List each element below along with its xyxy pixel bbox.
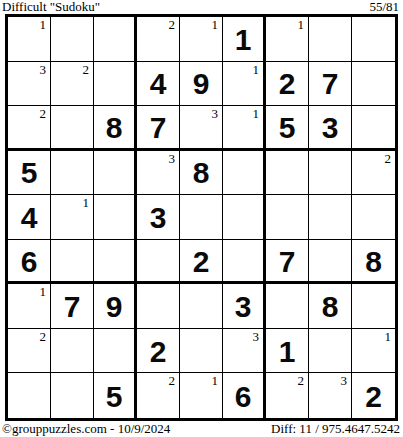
cell-r4c4[interactable]: 3 <box>137 151 180 196</box>
cell-r6c8[interactable] <box>309 240 352 285</box>
cell-r6c9[interactable]: 8 <box>352 240 395 285</box>
given-digit: 3 <box>235 292 252 322</box>
pencil-mark: 1 <box>253 107 260 121</box>
given-digit: 7 <box>150 113 167 143</box>
cell-r5c6[interactable] <box>223 195 266 240</box>
cell-r8c4[interactable]: 2 <box>137 329 180 374</box>
pencil-mark: 3 <box>212 107 219 121</box>
cell-r5c7[interactable] <box>266 195 309 240</box>
cell-r2c2[interactable]: 2 <box>51 62 94 107</box>
cell-r9c7[interactable]: 2 <box>266 373 309 418</box>
given-digit: 5 <box>106 382 123 412</box>
puzzle-page: Difficult "Sudoku" 55/81 121113249127287… <box>0 0 403 437</box>
cell-r4c9[interactable]: 2 <box>352 151 395 196</box>
cell-r9c9[interactable]: 2 <box>352 373 395 418</box>
given-digit: 4 <box>150 69 167 99</box>
cell-r3c1[interactable]: 2 <box>8 106 51 151</box>
cell-r7c2[interactable]: 7 <box>51 284 94 329</box>
given-digit: 5 <box>279 113 296 143</box>
pencil-mark: 1 <box>83 196 90 210</box>
given-digit: 1 <box>235 25 252 55</box>
cell-r4c7[interactable] <box>266 151 309 196</box>
cell-r6c3[interactable] <box>94 240 137 285</box>
given-digit: 5 <box>21 158 38 188</box>
cell-r2c1[interactable]: 3 <box>8 62 51 107</box>
cell-r4c8[interactable] <box>309 151 352 196</box>
pencil-mark: 1 <box>40 285 47 299</box>
cell-r8c3[interactable] <box>94 329 137 374</box>
cell-r3c2[interactable] <box>51 106 94 151</box>
cell-r7c4[interactable] <box>137 284 180 329</box>
cell-r4c1[interactable]: 5 <box>8 151 51 196</box>
cell-r9c2[interactable] <box>51 373 94 418</box>
cell-r1c3[interactable] <box>94 17 137 62</box>
cell-r6c4[interactable] <box>137 240 180 285</box>
cell-r1c7[interactable]: 1 <box>266 17 309 62</box>
pencil-mark: 2 <box>298 374 305 388</box>
cell-r2c9[interactable] <box>352 62 395 107</box>
pencil-mark: 2 <box>169 374 176 388</box>
given-digit: 8 <box>365 247 382 277</box>
given-digit: 7 <box>64 292 81 322</box>
cell-r8c8[interactable] <box>309 329 352 374</box>
cell-r2c3[interactable] <box>94 62 137 107</box>
cell-r7c9[interactable] <box>352 284 395 329</box>
cell-r4c3[interactable] <box>94 151 137 196</box>
cell-r5c8[interactable] <box>309 195 352 240</box>
pencil-mark: 2 <box>169 18 176 32</box>
given-digit: 4 <box>21 203 38 233</box>
cell-r2c7[interactable]: 2 <box>266 62 309 107</box>
cell-r5c9[interactable] <box>352 195 395 240</box>
cell-r4c6[interactable] <box>223 151 266 196</box>
cell-r9c1[interactable] <box>8 373 51 418</box>
given-digit: 6 <box>21 247 38 277</box>
cell-r5c1[interactable]: 4 <box>8 195 51 240</box>
pencil-mark: 1 <box>212 374 219 388</box>
cell-r7c5[interactable] <box>180 284 223 329</box>
cell-r8c6[interactable]: 3 <box>223 329 266 374</box>
cell-r1c1[interactable]: 1 <box>8 17 51 62</box>
cell-r7c6[interactable]: 3 <box>223 284 266 329</box>
pencil-mark: 1 <box>385 330 392 344</box>
cell-r5c2[interactable]: 1 <box>51 195 94 240</box>
given-digit: 7 <box>322 69 339 99</box>
given-digit: 8 <box>193 158 210 188</box>
cell-r9c5[interactable]: 1 <box>180 373 223 418</box>
cell-r1c5[interactable]: 1 <box>180 17 223 62</box>
given-digit: 9 <box>106 292 123 322</box>
cell-r7c7[interactable] <box>266 284 309 329</box>
cell-r7c1[interactable]: 1 <box>8 284 51 329</box>
given-digit: 7 <box>279 247 296 277</box>
pencil-mark: 1 <box>212 18 219 32</box>
pencil-mark: 2 <box>40 107 47 121</box>
cell-r7c8[interactable]: 8 <box>309 284 352 329</box>
given-digit: 3 <box>322 113 339 143</box>
cell-r4c5[interactable]: 8 <box>180 151 223 196</box>
cell-r2c5[interactable]: 9 <box>180 62 223 107</box>
cell-r8c7[interactable]: 1 <box>266 329 309 374</box>
puzzle-title: Difficult "Sudoku" <box>2 0 100 15</box>
cell-r5c5[interactable] <box>180 195 223 240</box>
cell-r6c5[interactable]: 2 <box>180 240 223 285</box>
copyright-text: ©grouppuzzles.com - 10/9/2024 <box>2 421 170 437</box>
given-digit: 8 <box>106 113 123 143</box>
given-digit: 2 <box>279 69 296 99</box>
cell-r2c4[interactable]: 4 <box>137 62 180 107</box>
cell-r6c1[interactable]: 6 <box>8 240 51 285</box>
pencil-mark: 2 <box>385 152 392 166</box>
pencil-mark: 1 <box>253 63 260 77</box>
cell-r8c5[interactable] <box>180 329 223 374</box>
given-digit: 2 <box>365 382 382 412</box>
pencil-mark: 3 <box>169 152 176 166</box>
cell-r3c6[interactable]: 1 <box>223 106 266 151</box>
pencil-mark: 3 <box>40 63 47 77</box>
cell-r5c4[interactable]: 3 <box>137 195 180 240</box>
cell-r3c9[interactable] <box>352 106 395 151</box>
cell-r8c2[interactable] <box>51 329 94 374</box>
given-digit: 9 <box>193 69 210 99</box>
cell-r3c5[interactable]: 3 <box>180 106 223 151</box>
cell-r6c2[interactable] <box>51 240 94 285</box>
given-digit: 6 <box>235 382 252 412</box>
cell-r3c4[interactable]: 7 <box>137 106 180 151</box>
cell-r3c7[interactable]: 5 <box>266 106 309 151</box>
cell-r1c4[interactable]: 2 <box>137 17 180 62</box>
cell-r2c6[interactable]: 1 <box>223 62 266 107</box>
cell-r1c8[interactable] <box>309 17 352 62</box>
pencil-mark: 1 <box>298 18 305 32</box>
given-digit: 2 <box>193 247 210 277</box>
given-digit: 3 <box>150 203 167 233</box>
given-digit: 2 <box>150 337 167 367</box>
pencil-mark: 3 <box>253 330 260 344</box>
cell-r3c8[interactable]: 3 <box>309 106 352 151</box>
cell-r4c2[interactable] <box>51 151 94 196</box>
cell-r1c6[interactable]: 1 <box>223 17 266 62</box>
cell-r6c6[interactable] <box>223 240 266 285</box>
cell-r1c2[interactable] <box>51 17 94 62</box>
cell-r8c9[interactable]: 1 <box>352 329 395 374</box>
pencil-mark: 2 <box>83 63 90 77</box>
cell-r2c8[interactable]: 7 <box>309 62 352 107</box>
pencil-mark: 2 <box>40 330 47 344</box>
cell-r9c3[interactable]: 5 <box>94 373 137 418</box>
cell-r9c4[interactable]: 2 <box>137 373 180 418</box>
cell-r7c3[interactable]: 9 <box>94 284 137 329</box>
cell-r6c7[interactable]: 7 <box>266 240 309 285</box>
given-digit: 1 <box>279 337 296 367</box>
cell-r3c3[interactable]: 8 <box>94 106 137 151</box>
cell-r5c3[interactable] <box>94 195 137 240</box>
difficulty-text: Diff: 11 / 975.4647.5242 <box>271 421 400 437</box>
cell-r1c9[interactable] <box>352 17 395 62</box>
cell-r8c1[interactable]: 2 <box>8 329 51 374</box>
cell-r9c8[interactable]: 3 <box>309 373 352 418</box>
pencil-mark: 3 <box>341 374 348 388</box>
cells-remaining-counter: 55/81 <box>369 0 399 15</box>
sudoku-grid: 1211132491272873153538241362781793822311… <box>5 14 398 421</box>
given-digit: 8 <box>322 292 339 322</box>
pencil-mark: 1 <box>40 18 47 32</box>
cell-r9c6[interactable]: 6 <box>223 373 266 418</box>
